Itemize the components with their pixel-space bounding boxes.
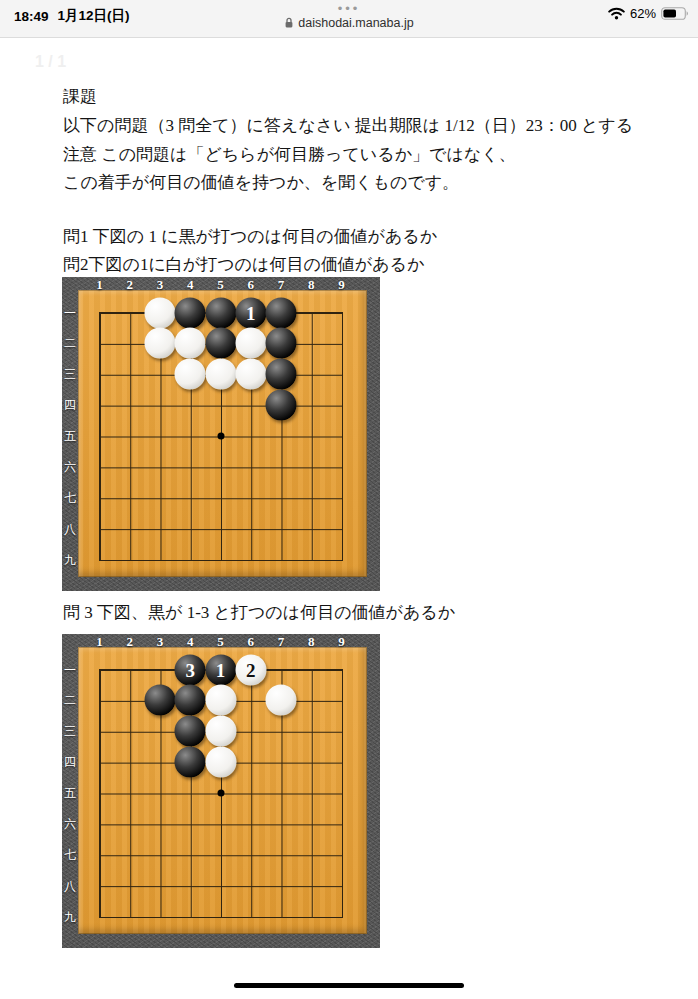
row-label: 九 — [64, 551, 76, 568]
url-text: daishodai.manaba.jp — [298, 16, 413, 30]
column-label: 9 — [338, 277, 345, 293]
home-indicator[interactable] — [234, 983, 464, 988]
doc-note-2: この着手が何目の価値を持つか、を聞くものです。 — [63, 171, 459, 194]
star-point — [217, 433, 224, 440]
column-label: 2 — [127, 277, 134, 293]
column-label: 6 — [248, 634, 255, 650]
ipad-safari-screen: 18:49 1月12日(日) ••• daishodai.manaba.jp — [0, 0, 698, 999]
go-stone-black-move-3: 3 — [175, 654, 206, 685]
go-stone-black — [175, 297, 206, 328]
wifi-icon — [608, 7, 625, 20]
column-label: 5 — [217, 277, 224, 293]
row-label: 六 — [64, 815, 76, 832]
column-label: 3 — [157, 634, 164, 650]
lock-icon — [284, 17, 294, 29]
go-stone-black — [205, 328, 236, 359]
go-stone-black — [145, 685, 176, 716]
row-label: 四 — [64, 754, 76, 771]
go-stone-black — [266, 359, 297, 390]
column-label: 1 — [96, 277, 103, 293]
column-label: 4 — [187, 277, 194, 293]
column-label: 3 — [157, 277, 164, 293]
go-stone-white — [235, 359, 266, 390]
go-stone-white — [205, 716, 236, 747]
column-label: 6 — [248, 277, 255, 293]
column-label: 8 — [308, 277, 315, 293]
go-stone-black — [266, 390, 297, 421]
column-label: 5 — [217, 634, 224, 650]
row-label: 一 — [64, 304, 76, 321]
row-label: 四 — [64, 397, 76, 414]
doc-title: 課題 — [63, 85, 97, 108]
row-label: 三 — [64, 723, 76, 740]
go-stone-white-move-2: 2 — [235, 654, 266, 685]
go-stone-black — [175, 747, 206, 778]
page-indicator: 1 / 1 — [35, 53, 66, 71]
go-stone-white — [145, 328, 176, 359]
column-label: 1 — [96, 634, 103, 650]
go-stone-black — [175, 716, 206, 747]
go-stone-black — [266, 297, 297, 328]
row-label: 六 — [64, 458, 76, 475]
column-label: 7 — [278, 634, 285, 650]
go-stone-white — [205, 359, 236, 390]
row-label: 七 — [64, 846, 76, 863]
status-bar: 18:49 1月12日(日) ••• daishodai.manaba.jp — [0, 0, 698, 38]
go-stone-white — [235, 328, 266, 359]
go-stone-white — [145, 297, 176, 328]
go-stone-white — [205, 685, 236, 716]
tab-overview-dots[interactable]: ••• — [0, 1, 698, 16]
column-label: 8 — [308, 634, 315, 650]
status-right-cluster: 62% — [608, 6, 689, 21]
go-board-2: 123456789一二三四五六七八九312 — [62, 634, 380, 948]
doc-note-1: 注意 この問題は「どちらが何目勝っているか」ではなく、 — [63, 143, 516, 166]
row-label: 八 — [64, 520, 76, 537]
row-label: 五 — [64, 428, 76, 445]
battery-percent: 62% — [630, 6, 656, 21]
go-board-1: 123456789一二三四五六七八九1 — [62, 277, 380, 591]
column-label: 9 — [338, 634, 345, 650]
question-1: 問1 下図の 1 に黒が打つのは何目の価値があるか — [63, 225, 437, 248]
row-label: 五 — [64, 785, 76, 802]
go-stone-white — [175, 328, 206, 359]
address-bar[interactable]: daishodai.manaba.jp — [0, 16, 698, 30]
go-stone-white — [205, 747, 236, 778]
go-stone-black — [205, 297, 236, 328]
column-label: 7 — [278, 277, 285, 293]
doc-instruction: 以下の問題（3 問全て）に答えなさい 提出期限は 1/12（日）23：00 とす… — [63, 114, 633, 137]
row-label: 三 — [64, 366, 76, 383]
go-stone-black — [266, 328, 297, 359]
question-2: 問2下図の1に白が打つのは何目の価値があるか — [63, 253, 424, 276]
row-label: 二 — [64, 692, 76, 709]
battery-icon — [661, 7, 689, 20]
go-stone-black-move-1: 1 — [205, 654, 236, 685]
go-stone-white — [266, 685, 297, 716]
row-label: 九 — [64, 908, 76, 925]
row-label: 一 — [64, 661, 76, 678]
go-stone-black — [175, 685, 206, 716]
go-stone-black-move-1: 1 — [235, 297, 266, 328]
row-label: 八 — [64, 877, 76, 894]
column-label: 2 — [127, 634, 134, 650]
row-label: 七 — [64, 489, 76, 506]
question-3: 問 3 下図、黒が 1-3 と打つのは何目の価値があるか — [63, 601, 455, 624]
star-point — [217, 790, 224, 797]
column-label: 4 — [187, 634, 194, 650]
go-stone-white — [175, 359, 206, 390]
row-label: 二 — [64, 335, 76, 352]
